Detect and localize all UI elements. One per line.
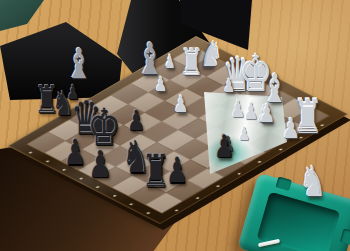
- white-pawn-g2[interactable]: ♟: [282, 115, 300, 143]
- white-pawn-h3[interactable]: ♟: [173, 93, 188, 116]
- rank-coordinate-mark: [195, 197, 199, 199]
- white-knight-b1[interactable]: ♞: [200, 37, 223, 72]
- white-pawn-f2[interactable]: ♟: [259, 102, 276, 128]
- chess-scene: ♟♟♟♟♟ ♜♞♛♚♝♜♟♟♟♟♟♟♞♛♚♞♜♟♟♟♟♟♟♜♞♝♝: [0, 0, 350, 251]
- rank-coordinate-mark: [175, 209, 179, 211]
- rank-coordinate-mark: [216, 185, 220, 187]
- file-coordinate-mark: [79, 177, 83, 179]
- white-pawn-c2[interactable]: ♟: [223, 77, 235, 96]
- black-pawn-e6[interactable]: ♟: [127, 107, 145, 135]
- file-coordinate-mark: [112, 195, 116, 197]
- rank-coordinate-mark: [258, 161, 262, 163]
- ashtray-notch: [340, 228, 350, 244]
- black-bishop-captured-1[interactable]: ♝: [65, 43, 92, 85]
- black-pawn-c7[interactable]: ♟: [64, 135, 87, 170]
- rank-coordinate-mark: [237, 173, 241, 175]
- file-coordinate-mark: [146, 212, 150, 214]
- black-bishop-captured-2[interactable]: ♝: [136, 37, 165, 81]
- ashtray-notch: [276, 176, 292, 190]
- white-pawn-a2[interactable]: ♟: [164, 54, 175, 71]
- reflected-pawn-4: ♟: [238, 125, 250, 144]
- white-knight-captured[interactable]: ♞: [299, 161, 326, 203]
- file-coordinate-mark: [129, 203, 133, 205]
- black-pawn-d7[interactable]: ♟: [88, 145, 112, 182]
- file-coordinate-mark: [45, 160, 49, 162]
- black-pawn-h6[interactable]: ♟: [214, 130, 234, 161]
- file-coordinate-mark: [28, 152, 32, 154]
- granite-counter-corner: [0, 0, 44, 31]
- rank-coordinate-mark: [278, 148, 282, 150]
- black-knight-captured[interactable]: ♞: [52, 87, 74, 121]
- file-coordinate-mark: [96, 186, 100, 188]
- black-pawn-g7[interactable]: ♟: [166, 153, 189, 188]
